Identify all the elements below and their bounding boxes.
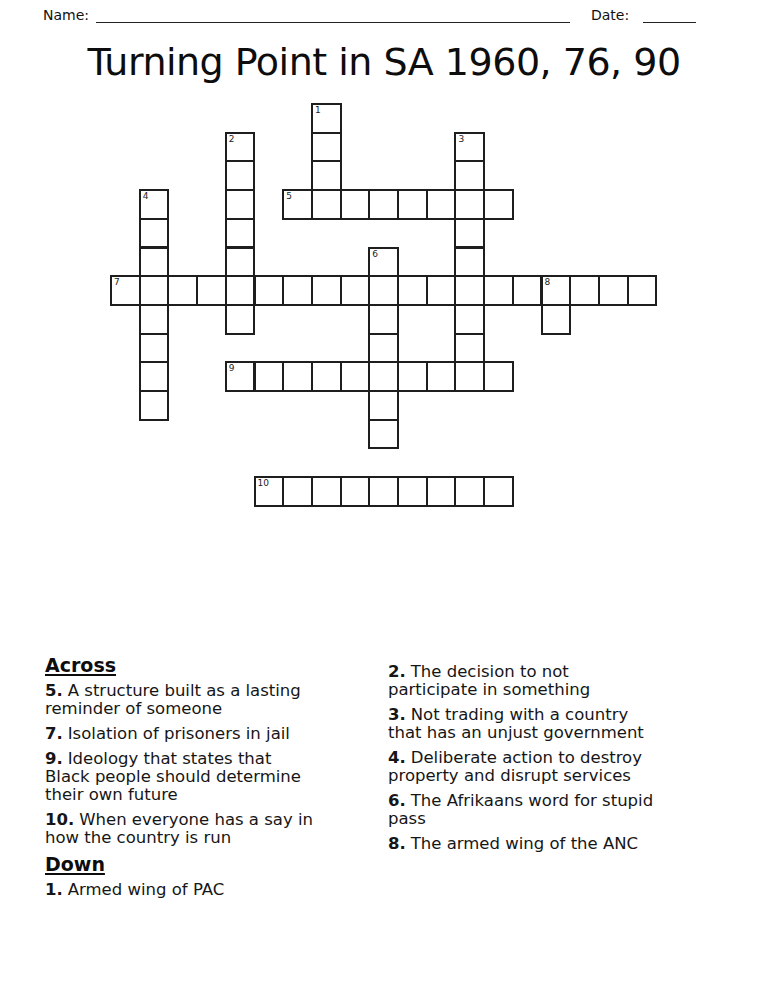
grid-clue-number-5: 5 xyxy=(286,191,292,201)
grid-cell-r7c12[interactable] xyxy=(454,304,485,335)
grid-cell-r3c4[interactable] xyxy=(225,189,256,220)
grid-cell-r6c11[interactable] xyxy=(426,275,457,306)
grid-cell-r9c10[interactable] xyxy=(397,361,428,392)
clue-text: The armed wing of the ANC xyxy=(411,834,638,853)
grid-cell-r3c8[interactable] xyxy=(340,189,371,220)
grid-cell-r13c13[interactable] xyxy=(483,476,514,507)
grid-cell-r9c11[interactable] xyxy=(426,361,457,392)
clue-text: The Afrikaans word for stupid pass xyxy=(388,791,653,828)
grid-cell-r6c17[interactable] xyxy=(598,275,629,306)
grid-cell-r3c7[interactable] xyxy=(311,189,342,220)
grid-cell-r4c4[interactable] xyxy=(225,218,256,249)
grid-cell-r4c12[interactable] xyxy=(454,218,485,249)
grid-cell-r2c7[interactable] xyxy=(311,160,342,191)
grid-cell-r9c7[interactable] xyxy=(311,361,342,392)
grid-clue-number-3: 3 xyxy=(458,134,464,144)
grid-cell-r13c7[interactable] xyxy=(311,476,342,507)
grid-cell-r6c2[interactable] xyxy=(167,275,198,306)
grid-cell-r9c1[interactable] xyxy=(139,361,170,392)
grid-cell-r6c15[interactable]: 8 xyxy=(541,275,572,306)
puzzle-title: Turning Point in SA 1960, 76, 90 xyxy=(0,40,768,84)
clue-number-label: 9. xyxy=(45,749,63,768)
down-heading: Down xyxy=(45,854,373,874)
grid-cell-r9c5[interactable] xyxy=(254,361,285,392)
clue-2: 2.The decision to not participate in som… xyxy=(388,663,720,699)
grid-cell-r5c9[interactable]: 6 xyxy=(368,247,399,278)
grid-cell-r3c11[interactable] xyxy=(426,189,457,220)
grid-cell-r7c15[interactable] xyxy=(541,304,572,335)
grid-cell-r6c10[interactable] xyxy=(397,275,428,306)
grid-cell-r9c6[interactable] xyxy=(282,361,313,392)
grid-cell-r9c13[interactable] xyxy=(483,361,514,392)
clue-number-label: 6. xyxy=(388,791,406,810)
grid-cell-r5c1[interactable] xyxy=(139,247,170,278)
grid-cell-r10c1[interactable] xyxy=(139,390,170,421)
grid-cell-r13c10[interactable] xyxy=(397,476,428,507)
grid-cell-r9c8[interactable] xyxy=(340,361,371,392)
grid-cell-r3c13[interactable] xyxy=(483,189,514,220)
clue-3: 3.Not trading with a country that has an… xyxy=(388,706,720,742)
clue-9: 9.Ideology that states that Black people… xyxy=(45,750,373,804)
grid-clue-number-9: 9 xyxy=(229,363,235,373)
clue-4: 4.Deliberate action to destroy property … xyxy=(388,749,720,785)
grid-cell-r5c4[interactable] xyxy=(225,247,256,278)
clue-number-label: 8. xyxy=(388,834,406,853)
grid-cell-r3c10[interactable] xyxy=(397,189,428,220)
clue-text: Not trading with a country that has an u… xyxy=(388,705,644,742)
grid-cell-r6c13[interactable] xyxy=(483,275,514,306)
date-label: Date: xyxy=(591,7,629,23)
grid-cell-r3c12[interactable] xyxy=(454,189,485,220)
clue-7: 7.Isolation of prisoners in jail xyxy=(45,725,373,743)
clue-number-label: 10. xyxy=(45,810,74,829)
grid-cell-r10c9[interactable] xyxy=(368,390,399,421)
clue-number-label: 1. xyxy=(45,880,63,899)
grid-clue-number-10: 10 xyxy=(258,478,269,488)
clue-text: Isolation of prisoners in jail xyxy=(68,724,290,743)
clue-text: A structure built as a lasting reminder … xyxy=(45,681,301,718)
grid-cell-r9c12[interactable] xyxy=(454,361,485,392)
clues-column-right: 2.The decision to not participate in som… xyxy=(388,663,720,860)
grid-cell-r1c4[interactable]: 2 xyxy=(225,132,256,163)
grid-cell-r5c12[interactable] xyxy=(454,247,485,278)
across-heading: Across xyxy=(45,655,373,675)
clue-number-label: 3. xyxy=(388,705,406,724)
clue-6: 6.The Afrikaans word for stupid pass xyxy=(388,792,720,828)
grid-cell-r6c12[interactable] xyxy=(454,275,485,306)
grid-cell-r6c16[interactable] xyxy=(569,275,600,306)
clue-text: Armed wing of PAC xyxy=(68,880,225,899)
grid-cell-r6c1[interactable] xyxy=(139,275,170,306)
grid-cell-r6c14[interactable] xyxy=(512,275,543,306)
name-fill-in-line[interactable] xyxy=(96,6,570,23)
grid-cell-r8c9[interactable] xyxy=(368,333,399,364)
grid-cell-r7c9[interactable] xyxy=(368,304,399,335)
grid-cell-r6c0[interactable]: 7 xyxy=(110,275,141,306)
clue-text: The decision to not participate in somet… xyxy=(388,662,590,699)
grid-cell-r1c7[interactable] xyxy=(311,132,342,163)
crossword-grid: 12345678910 xyxy=(110,103,658,507)
grid-cell-r9c4[interactable]: 9 xyxy=(225,361,256,392)
grid-cell-r8c1[interactable] xyxy=(139,333,170,364)
grid-cell-r2c12[interactable] xyxy=(454,160,485,191)
grid-cell-r13c12[interactable] xyxy=(454,476,485,507)
clue-8: 8.The armed wing of the ANC xyxy=(388,835,720,853)
grid-clue-number-8: 8 xyxy=(545,277,551,287)
grid-cell-r3c9[interactable] xyxy=(368,189,399,220)
grid-cell-r6c8[interactable] xyxy=(340,275,371,306)
grid-cell-r6c18[interactable] xyxy=(627,275,658,306)
clue-5: 5.A structure built as a lasting reminde… xyxy=(45,682,373,718)
grid-clue-number-7: 7 xyxy=(114,277,120,287)
grid-cell-r7c1[interactable] xyxy=(139,304,170,335)
grid-cell-r9c9[interactable] xyxy=(368,361,399,392)
clue-text: Deliberate action to destroy property an… xyxy=(388,748,642,785)
grid-clue-number-4: 4 xyxy=(143,191,149,201)
grid-cell-r6c7[interactable] xyxy=(311,275,342,306)
grid-clue-number-1: 1 xyxy=(315,105,321,115)
grid-cell-r0c7[interactable]: 1 xyxy=(311,103,342,134)
grid-cell-r3c1[interactable]: 4 xyxy=(139,189,170,220)
grid-cell-r13c9[interactable] xyxy=(368,476,399,507)
clue-10: 10.When everyone has a say in how the co… xyxy=(45,811,373,847)
grid-cell-r6c5[interactable] xyxy=(254,275,285,306)
grid-cell-r6c3[interactable] xyxy=(196,275,227,306)
grid-cell-r2c4[interactable] xyxy=(225,160,256,191)
grid-cell-r4c1[interactable] xyxy=(139,218,170,249)
grid-cell-r6c9[interactable] xyxy=(368,275,399,306)
grid-cell-r3c6[interactable]: 5 xyxy=(282,189,313,220)
grid-cell-r13c11[interactable] xyxy=(426,476,457,507)
grid-cell-r8c12[interactable] xyxy=(454,333,485,364)
clue-text: Ideology that states that Black people s… xyxy=(45,749,301,804)
clue-1: 1.Armed wing of PAC xyxy=(45,881,373,899)
date-fill-in-line[interactable] xyxy=(643,6,696,23)
clue-number-label: 5. xyxy=(45,681,63,700)
clue-number-label: 7. xyxy=(45,724,63,743)
grid-clue-number-6: 6 xyxy=(372,249,378,259)
grid-cell-r6c6[interactable] xyxy=(282,275,313,306)
grid-cell-r13c6[interactable] xyxy=(282,476,313,507)
clue-text: When everyone has a say in how the count… xyxy=(45,810,313,847)
name-label: Name: xyxy=(43,7,89,23)
clue-number-label: 4. xyxy=(388,748,406,767)
clues-column-left: Across5.A structure built as a lasting r… xyxy=(45,655,373,906)
grid-clue-number-2: 2 xyxy=(229,134,235,144)
grid-cell-r13c5[interactable]: 10 xyxy=(254,476,285,507)
grid-cell-r11c9[interactable] xyxy=(368,419,399,450)
grid-cell-r1c12[interactable]: 3 xyxy=(454,132,485,163)
grid-cell-r7c4[interactable] xyxy=(225,304,256,335)
grid-cell-r6c4[interactable] xyxy=(225,275,256,306)
clue-number-label: 2. xyxy=(388,662,406,681)
grid-cell-r13c8[interactable] xyxy=(340,476,371,507)
